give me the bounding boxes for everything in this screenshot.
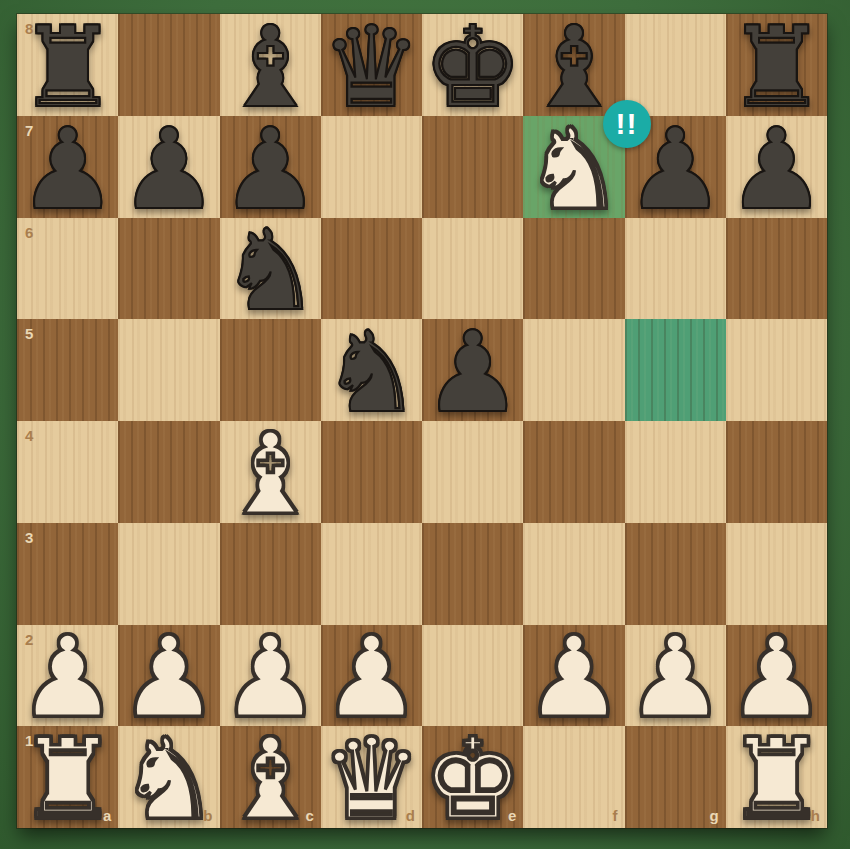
square-h1[interactable]: h♜ [726, 726, 827, 828]
square-c4[interactable]: ♝ [220, 421, 321, 523]
square-g2[interactable]: ♟ [625, 625, 726, 727]
square-e8[interactable]: ♚ [422, 14, 523, 116]
rank-label-3: 3 [25, 530, 33, 545]
piece-black-pawn[interactable]: ♟ [118, 118, 219, 220]
square-d3[interactable] [321, 523, 422, 625]
square-g5[interactable] [625, 319, 726, 421]
square-a3[interactable]: 3 [17, 523, 118, 625]
rank-label-4: 4 [25, 428, 33, 443]
square-h2[interactable]: ♟ [726, 625, 827, 727]
square-f3[interactable] [523, 523, 624, 625]
square-c7[interactable]: ♟ [220, 116, 321, 218]
square-c6[interactable]: ♞ [220, 218, 321, 320]
square-c2[interactable]: ♟ [220, 625, 321, 727]
square-c8[interactable]: ♝ [220, 14, 321, 116]
piece-white-pawn[interactable]: ♟ [17, 627, 118, 729]
square-a8[interactable]: 8♜ [17, 14, 118, 116]
square-g4[interactable] [625, 421, 726, 523]
square-h4[interactable] [726, 421, 827, 523]
square-d2[interactable]: ♟ [321, 625, 422, 727]
chess-board: 8♜♝♛♚♝♜7♟♟♟♞!!♟♟6♞5♞♟4♝32♟♟♟♟♟♟♟1a♜b♞c♝d… [17, 14, 827, 828]
square-c1[interactable]: c♝ [220, 726, 321, 828]
file-label-f: f [613, 808, 618, 823]
square-e1[interactable]: e♚ [422, 726, 523, 828]
square-f4[interactable] [523, 421, 624, 523]
square-f8[interactable]: ♝ [523, 14, 624, 116]
square-d5[interactable]: ♞ [321, 319, 422, 421]
piece-black-pawn[interactable]: ♟ [220, 118, 321, 220]
piece-black-queen[interactable]: ♛ [321, 16, 422, 118]
square-h7[interactable]: ♟ [726, 116, 827, 218]
piece-black-king[interactable]: ♚ [422, 16, 523, 118]
piece-black-knight[interactable]: ♞ [321, 321, 422, 423]
piece-white-bishop[interactable]: ♝ [220, 423, 321, 525]
square-f2[interactable]: ♟ [523, 625, 624, 727]
square-b4[interactable] [118, 421, 219, 523]
piece-black-knight[interactable]: ♞ [220, 220, 321, 322]
piece-white-pawn[interactable]: ♟ [321, 627, 422, 729]
piece-white-knight[interactable]: ♞ [118, 728, 219, 830]
square-e2[interactable] [422, 625, 523, 727]
square-d8[interactable]: ♛ [321, 14, 422, 116]
piece-white-queen[interactable]: ♛ [321, 728, 422, 830]
square-f5[interactable] [523, 319, 624, 421]
piece-black-rook[interactable]: ♜ [726, 16, 827, 118]
square-b2[interactable]: ♟ [118, 625, 219, 727]
square-a4[interactable]: 4 [17, 421, 118, 523]
brilliant-move-badge: !! [603, 100, 651, 148]
piece-black-pawn[interactable]: ♟ [726, 118, 827, 220]
square-a5[interactable]: 5 [17, 319, 118, 421]
square-e6[interactable] [422, 218, 523, 320]
piece-white-pawn[interactable]: ♟ [523, 627, 624, 729]
square-b7[interactable]: ♟ [118, 116, 219, 218]
square-f7[interactable]: ♞!! [523, 116, 624, 218]
piece-black-rook[interactable]: ♜ [17, 16, 118, 118]
square-e5[interactable]: ♟ [422, 319, 523, 421]
square-b1[interactable]: b♞ [118, 726, 219, 828]
piece-white-king[interactable]: ♚ [422, 728, 523, 830]
square-a1[interactable]: 1a♜ [17, 726, 118, 828]
piece-white-pawn[interactable]: ♟ [118, 627, 219, 729]
square-a7[interactable]: 7♟ [17, 116, 118, 218]
square-h3[interactable] [726, 523, 827, 625]
piece-white-pawn[interactable]: ♟ [726, 627, 827, 729]
square-h5[interactable] [726, 319, 827, 421]
square-e3[interactable] [422, 523, 523, 625]
square-b8[interactable] [118, 14, 219, 116]
piece-black-pawn[interactable]: ♟ [17, 118, 118, 220]
square-d6[interactable] [321, 218, 422, 320]
piece-black-pawn[interactable]: ♟ [422, 321, 523, 423]
app-background: { "game": "chess", "position": { "fen": … [0, 0, 850, 849]
square-h8[interactable]: ♜ [726, 14, 827, 116]
piece-white-rook[interactable]: ♜ [726, 728, 827, 830]
piece-white-pawn[interactable]: ♟ [625, 627, 726, 729]
piece-white-pawn[interactable]: ♟ [220, 627, 321, 729]
square-g8[interactable] [625, 14, 726, 116]
piece-white-bishop[interactable]: ♝ [220, 728, 321, 830]
square-b3[interactable] [118, 523, 219, 625]
file-label-g: g [710, 808, 719, 823]
square-a2[interactable]: 2♟ [17, 625, 118, 727]
square-d1[interactable]: d♛ [321, 726, 422, 828]
piece-black-bishop[interactable]: ♝ [523, 16, 624, 118]
rank-label-5: 5 [25, 326, 33, 341]
square-b5[interactable] [118, 319, 219, 421]
piece-white-rook[interactable]: ♜ [17, 728, 118, 830]
square-g3[interactable] [625, 523, 726, 625]
piece-black-bishop[interactable]: ♝ [220, 16, 321, 118]
